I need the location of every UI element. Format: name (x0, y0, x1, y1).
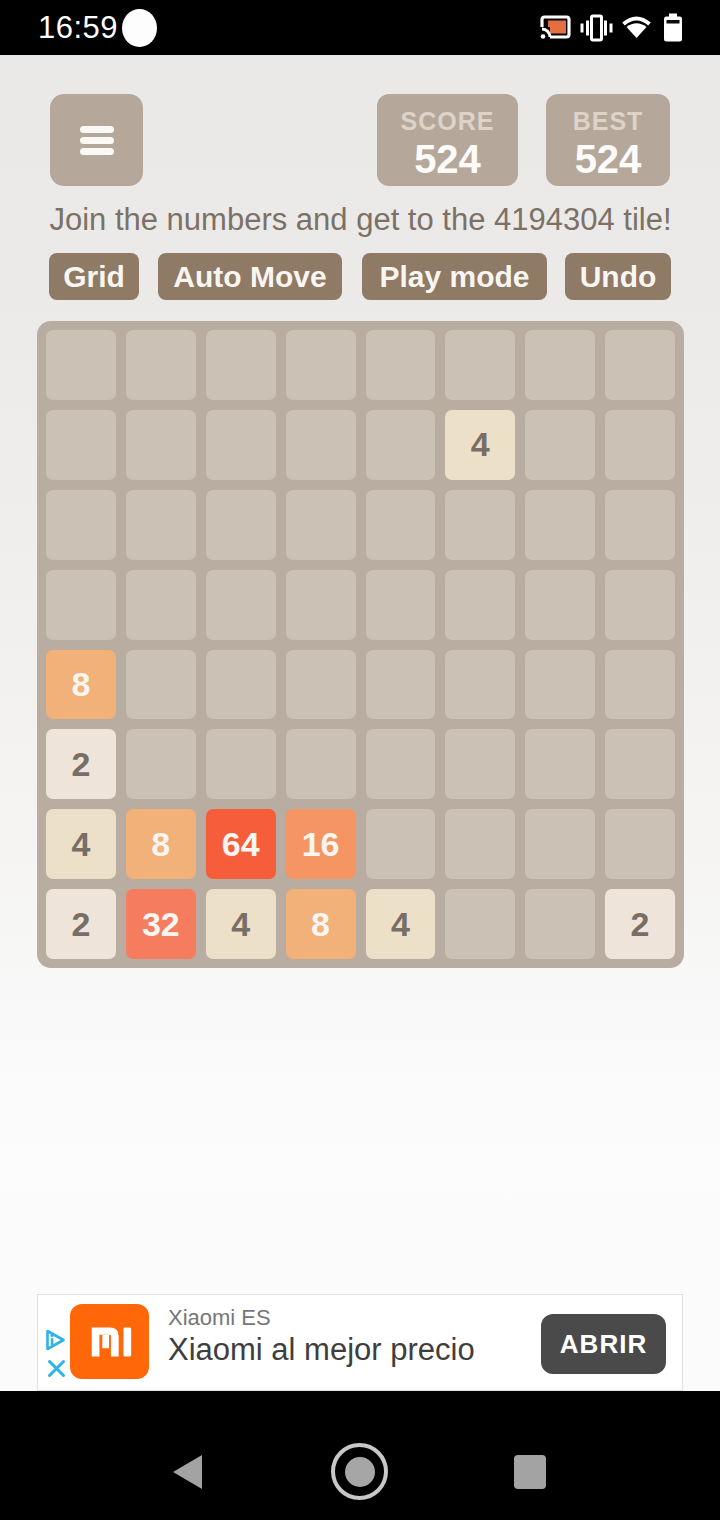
score-label: SCORE (377, 107, 518, 136)
tile-8: 8 (46, 650, 116, 720)
tile-4: 4 (206, 889, 276, 959)
empty-cell (445, 570, 515, 640)
vibrate-icon (580, 0, 613, 55)
empty-cell (206, 729, 276, 799)
empty-cell (366, 809, 436, 879)
empty-cell (286, 650, 356, 720)
empty-cell (126, 330, 196, 400)
empty-cell (525, 490, 595, 560)
tile-8: 8 (286, 889, 356, 959)
empty-cell (525, 650, 595, 720)
best-label: BEST (546, 107, 670, 136)
empty-cell (525, 570, 595, 640)
empty-cell (126, 490, 196, 560)
ad-headline: Xiaomi al mejor precio (168, 1332, 475, 1368)
tile-8: 8 (126, 809, 196, 879)
tile-2: 2 (46, 889, 116, 959)
best-value: 524 (546, 136, 670, 182)
wifi-icon (621, 0, 652, 55)
empty-cell (206, 650, 276, 720)
tile-64: 64 (206, 809, 276, 879)
battery-icon (663, 0, 683, 55)
empty-cell (445, 809, 515, 879)
empty-cell (206, 570, 276, 640)
ad-banner[interactable]: Xiaomi ES Xiaomi al mejor precio ABRIR (37, 1294, 683, 1391)
clock: 16:59 (38, 0, 118, 55)
back-button[interactable] (173, 1455, 202, 1489)
empty-cell (605, 729, 675, 799)
empty-cell (525, 889, 595, 959)
board-grid[interactable]: 4824864162324842 (37, 321, 684, 968)
empty-cell (525, 330, 595, 400)
empty-cell (286, 330, 356, 400)
empty-cell (366, 570, 436, 640)
empty-cell (126, 410, 196, 480)
empty-cell (206, 330, 276, 400)
undo-button[interactable]: Undo (565, 253, 671, 300)
empty-cell (605, 650, 675, 720)
status-bar: 16:59 (0, 0, 720, 55)
auto-move-button[interactable]: Auto Move (158, 253, 342, 300)
tile-2: 2 (605, 889, 675, 959)
empty-cell (286, 570, 356, 640)
play-mode-button[interactable]: Play mode (362, 253, 547, 300)
empty-cell (445, 650, 515, 720)
empty-cell (46, 570, 116, 640)
empty-cell (286, 729, 356, 799)
empty-cell (366, 729, 436, 799)
empty-cell (605, 330, 675, 400)
tile-16: 16 (286, 809, 356, 879)
empty-cell (206, 490, 276, 560)
empty-cell (286, 410, 356, 480)
empty-cell (605, 809, 675, 879)
empty-cell (445, 889, 515, 959)
empty-cell (46, 490, 116, 560)
empty-cell (366, 410, 436, 480)
ad-advertiser: Xiaomi ES (168, 1305, 271, 1331)
empty-cell (46, 410, 116, 480)
empty-cell (605, 570, 675, 640)
empty-cell (46, 330, 116, 400)
tile-4: 4 (46, 809, 116, 879)
tile-32: 32 (126, 889, 196, 959)
empty-cell (286, 490, 356, 560)
empty-cell (126, 570, 196, 640)
recents-button[interactable] (514, 1455, 546, 1489)
home-button[interactable] (331, 1443, 388, 1500)
home-circle-icon (345, 1457, 375, 1487)
best-box: BEST 524 (546, 94, 670, 186)
tile-4: 4 (366, 889, 436, 959)
empty-cell (445, 490, 515, 560)
tile-2: 2 (46, 729, 116, 799)
empty-cell (366, 330, 436, 400)
notification-circle-icon (122, 9, 157, 47)
ad-close-icon[interactable] (47, 1359, 66, 1382)
cast-icon (540, 0, 571, 55)
menu-button[interactable] (50, 94, 143, 186)
adchoices-icon[interactable] (44, 1328, 67, 1356)
empty-cell (206, 410, 276, 480)
empty-cell (126, 650, 196, 720)
empty-cell (525, 729, 595, 799)
xiaomi-mi-logo[interactable] (70, 1304, 149, 1379)
hamburger-icon (80, 126, 114, 133)
empty-cell (525, 410, 595, 480)
empty-cell (366, 650, 436, 720)
game-subtitle: Join the numbers and get to the 4194304 … (37, 202, 684, 238)
empty-cell (525, 809, 595, 879)
empty-cell (366, 490, 436, 560)
empty-cell (445, 729, 515, 799)
grid-button[interactable]: Grid (49, 253, 139, 300)
empty-cell (126, 729, 196, 799)
score-value: 524 (377, 136, 518, 182)
tile-4: 4 (445, 410, 515, 480)
score-box: SCORE 524 (377, 94, 518, 186)
empty-cell (605, 490, 675, 560)
empty-cell (445, 330, 515, 400)
empty-cell (605, 410, 675, 480)
ad-open-button[interactable]: ABRIR (541, 1314, 666, 1374)
